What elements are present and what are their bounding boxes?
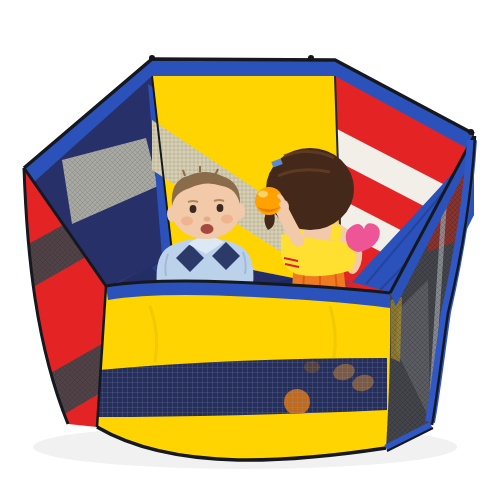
playpen-product-photo <box>0 0 500 500</box>
boy-eye <box>190 205 197 213</box>
mesh-texture <box>98 358 387 417</box>
product-photo-canvas <box>0 0 500 500</box>
front-center-panel <box>97 281 391 460</box>
boy-cheek <box>221 215 233 224</box>
tank-strap <box>330 224 342 242</box>
boy-mouth <box>201 224 214 234</box>
boy-cheek <box>181 217 193 226</box>
boy-eye <box>217 204 224 212</box>
rim-tab <box>468 129 474 135</box>
rim-tab <box>149 55 155 61</box>
rim-tab <box>308 55 314 61</box>
ball-highlight <box>258 191 268 198</box>
boy-nose <box>204 217 211 222</box>
